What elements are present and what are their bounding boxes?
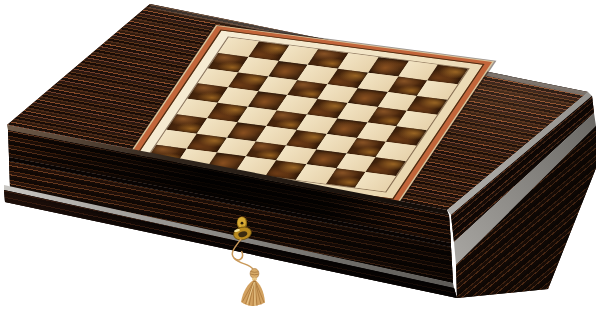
key-and-tassel-graphic: [210, 205, 290, 315]
tassel-cord: [232, 239, 253, 270]
tassel-icon: [241, 269, 265, 307]
product-photo-stage: [0, 0, 600, 322]
